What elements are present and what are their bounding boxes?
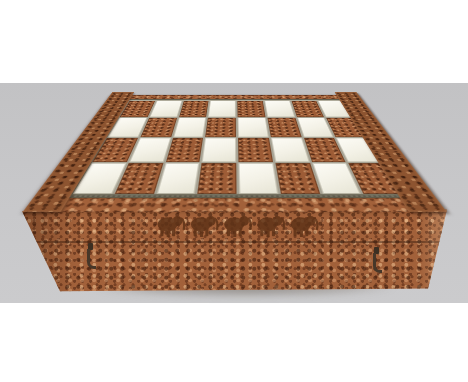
board-square-c8 <box>178 101 208 117</box>
board-square-d6 <box>201 138 235 162</box>
board-square-d7 <box>205 118 236 137</box>
right-hook-clasp <box>372 247 381 273</box>
clasp-hook-icon <box>87 249 96 269</box>
board-square-c7 <box>172 118 205 137</box>
board-square-f8 <box>264 101 294 117</box>
board-perspective <box>22 95 446 212</box>
board-square-f5 <box>275 163 319 194</box>
board-square-d5 <box>197 163 236 194</box>
board-square-f7 <box>267 118 301 137</box>
elephant-frieze <box>46 209 424 240</box>
board-square-d8 <box>208 101 236 117</box>
photograph <box>0 0 468 382</box>
elephant-carving-icon <box>144 211 326 238</box>
board-top-face <box>22 95 446 212</box>
board-square-b8 <box>149 101 182 117</box>
front-apron-carving <box>20 203 450 295</box>
board-square-e8 <box>237 101 265 117</box>
board-square-e5 <box>238 163 277 194</box>
board-square-e6 <box>238 138 273 162</box>
clasp-hook-icon <box>373 253 382 273</box>
board-square-e7 <box>237 118 268 137</box>
left-hook-clasp <box>86 243 95 269</box>
board-square-f6 <box>270 138 308 162</box>
board-square-c6 <box>165 138 203 162</box>
board-square-c5 <box>155 163 199 194</box>
